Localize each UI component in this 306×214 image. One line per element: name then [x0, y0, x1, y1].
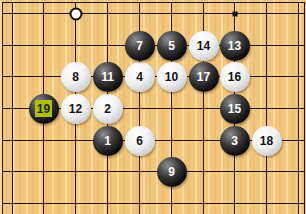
empty-point-circle-marker — [69, 7, 82, 20]
stone-black-3[interactable]: 3 — [220, 126, 250, 156]
move-number-label: 5 — [168, 40, 175, 52]
stone-white-8[interactable]: 8 — [61, 62, 91, 92]
move-number-label: 3 — [231, 135, 238, 147]
stone-white-14[interactable]: 14 — [189, 31, 219, 61]
move-number-label: 10 — [165, 71, 178, 83]
last-move-number-label: 19 — [35, 100, 52, 117]
move-number-label: 11 — [101, 71, 114, 83]
move-number-label: 13 — [228, 40, 241, 52]
stone-black-11[interactable]: 11 — [93, 62, 123, 92]
move-number-label: 8 — [72, 71, 79, 83]
hoshi-point — [232, 11, 237, 16]
grid-row-6 — [2, 171, 305, 172]
stone-white-10[interactable]: 10 — [157, 62, 187, 92]
grid-row-1 — [2, 13, 305, 14]
move-number-label: 4 — [136, 71, 143, 83]
stone-white-18[interactable]: 18 — [252, 126, 282, 156]
go-board[interactable]: 12345678910111213141516171819 — [0, 0, 306, 214]
stone-black-17[interactable]: 17 — [189, 62, 219, 92]
move-number-label: 18 — [260, 135, 273, 147]
stone-black-13[interactable]: 13 — [220, 31, 250, 61]
move-number-label: 17 — [197, 71, 210, 83]
stone-black-9[interactable]: 9 — [157, 157, 187, 187]
move-number-label: 15 — [228, 103, 241, 115]
move-number-label: 12 — [69, 103, 82, 115]
stone-white-2[interactable]: 2 — [93, 94, 123, 124]
move-number-label: 6 — [136, 135, 143, 147]
stone-black-7[interactable]: 7 — [125, 31, 155, 61]
stone-black-5[interactable]: 5 — [157, 31, 187, 61]
stone-white-16[interactable]: 16 — [220, 62, 250, 92]
move-number-label: 14 — [197, 40, 210, 52]
stone-white-4[interactable]: 4 — [125, 62, 155, 92]
move-number-label: 2 — [104, 103, 111, 115]
stone-white-6[interactable]: 6 — [125, 126, 155, 156]
stone-black-19[interactable]: 19 — [29, 94, 59, 124]
move-number-label: 16 — [228, 71, 241, 83]
move-number-label: 9 — [168, 166, 175, 178]
grid-row-7 — [2, 203, 305, 204]
stone-black-1[interactable]: 1 — [93, 126, 123, 156]
board-border-top — [2, 2, 305, 3]
stone-black-15[interactable]: 15 — [220, 94, 250, 124]
move-number-label: 7 — [136, 40, 143, 52]
stone-white-12[interactable]: 12 — [61, 94, 91, 124]
move-number-label: 1 — [104, 135, 111, 147]
